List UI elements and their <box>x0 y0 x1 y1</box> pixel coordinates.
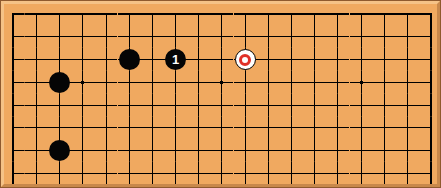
intersection <box>396 25 419 48</box>
intersection <box>118 117 141 140</box>
intersection <box>164 162 187 184</box>
intersection <box>373 162 396 184</box>
intersection <box>71 48 94 71</box>
intersection <box>187 71 210 94</box>
intersection <box>419 139 437 162</box>
intersection <box>48 71 71 94</box>
intersection <box>350 4 373 25</box>
go-board-frame-band: 1 <box>1 1 440 187</box>
intersection <box>141 25 164 48</box>
intersection <box>25 4 48 25</box>
intersection <box>326 25 349 48</box>
star-point <box>360 81 363 84</box>
intersection <box>187 162 210 184</box>
intersection <box>419 48 437 71</box>
intersection <box>350 71 373 94</box>
intersection <box>303 139 326 162</box>
intersection <box>94 48 117 71</box>
intersection <box>257 71 280 94</box>
intersection <box>280 71 303 94</box>
intersection <box>234 117 257 140</box>
intersection <box>280 25 303 48</box>
intersection <box>234 94 257 117</box>
intersection <box>396 139 419 162</box>
intersection <box>4 139 25 162</box>
intersection <box>48 4 71 25</box>
intersection <box>118 162 141 184</box>
intersection <box>25 25 48 48</box>
intersection <box>48 25 71 48</box>
intersection <box>326 48 349 71</box>
intersection <box>141 4 164 25</box>
intersection <box>164 25 187 48</box>
intersection <box>4 94 25 117</box>
intersection <box>118 25 141 48</box>
black-stone <box>49 72 70 93</box>
intersection <box>373 4 396 25</box>
star-point <box>220 81 223 84</box>
go-grid: 1 <box>4 4 437 184</box>
intersection <box>94 25 117 48</box>
intersection <box>210 94 233 117</box>
intersection <box>396 48 419 71</box>
intersection <box>373 71 396 94</box>
intersection <box>234 162 257 184</box>
intersection <box>234 139 257 162</box>
intersection <box>303 117 326 140</box>
intersection <box>4 48 25 71</box>
intersection <box>187 117 210 140</box>
intersection <box>164 71 187 94</box>
intersection <box>326 139 349 162</box>
intersection <box>396 162 419 184</box>
intersection <box>350 25 373 48</box>
intersection <box>326 71 349 94</box>
intersection <box>210 25 233 48</box>
intersection <box>373 117 396 140</box>
intersection <box>25 162 48 184</box>
intersection <box>350 139 373 162</box>
intersection <box>164 94 187 117</box>
intersection <box>94 117 117 140</box>
intersection <box>234 48 257 71</box>
intersection <box>373 94 396 117</box>
intersection <box>141 48 164 71</box>
move-number-label: 1 <box>172 53 179 66</box>
intersection <box>210 117 233 140</box>
intersection <box>118 71 141 94</box>
intersection <box>303 25 326 48</box>
intersection <box>94 94 117 117</box>
intersection <box>48 117 71 140</box>
intersection <box>141 117 164 140</box>
intersection <box>4 71 25 94</box>
intersection <box>350 48 373 71</box>
intersection <box>94 71 117 94</box>
intersection <box>373 139 396 162</box>
intersection <box>187 25 210 48</box>
intersection <box>419 162 437 184</box>
intersection <box>396 71 419 94</box>
intersection <box>141 94 164 117</box>
intersection <box>303 48 326 71</box>
intersection <box>25 94 48 117</box>
intersection <box>164 4 187 25</box>
intersection <box>373 25 396 48</box>
intersection <box>210 48 233 71</box>
intersection <box>419 94 437 117</box>
intersection <box>396 117 419 140</box>
intersection <box>257 162 280 184</box>
intersection <box>419 4 437 25</box>
intersection <box>396 4 419 25</box>
intersection <box>257 139 280 162</box>
intersection <box>257 48 280 71</box>
intersection <box>187 48 210 71</box>
intersection <box>280 94 303 117</box>
intersection <box>94 162 117 184</box>
black-stone <box>49 140 70 161</box>
intersection <box>71 4 94 25</box>
intersection <box>303 71 326 94</box>
intersection <box>257 25 280 48</box>
intersection <box>234 25 257 48</box>
intersection: 1 <box>164 48 187 71</box>
intersection <box>210 4 233 25</box>
intersection <box>141 71 164 94</box>
intersection <box>141 162 164 184</box>
black-stone: 1 <box>165 49 186 70</box>
intersection <box>118 4 141 25</box>
intersection <box>71 117 94 140</box>
intersection <box>210 71 233 94</box>
intersection <box>257 117 280 140</box>
intersection <box>257 94 280 117</box>
intersection <box>234 71 257 94</box>
intersection <box>257 4 280 25</box>
intersection <box>210 139 233 162</box>
intersection <box>118 48 141 71</box>
intersection <box>280 139 303 162</box>
intersection <box>48 139 71 162</box>
star-point <box>81 81 84 84</box>
intersection <box>350 117 373 140</box>
intersection <box>118 94 141 117</box>
go-board: 1 <box>4 4 437 184</box>
intersection <box>187 139 210 162</box>
intersection <box>303 162 326 184</box>
intersection <box>4 25 25 48</box>
intersection <box>280 117 303 140</box>
intersection <box>25 139 48 162</box>
intersection <box>4 4 25 25</box>
intersection <box>25 48 48 71</box>
intersection <box>326 94 349 117</box>
intersection <box>280 162 303 184</box>
intersection <box>350 162 373 184</box>
white-stone <box>235 49 256 70</box>
intersection <box>326 117 349 140</box>
intersection <box>71 71 94 94</box>
intersection <box>350 94 373 117</box>
intersection <box>187 94 210 117</box>
intersection <box>94 4 117 25</box>
intersection <box>303 94 326 117</box>
intersection <box>303 4 326 25</box>
intersection <box>280 4 303 25</box>
intersection <box>71 25 94 48</box>
intersection <box>25 117 48 140</box>
intersection <box>94 139 117 162</box>
intersection <box>48 48 71 71</box>
intersection <box>4 117 25 140</box>
intersection <box>419 25 437 48</box>
intersection <box>326 162 349 184</box>
intersection <box>164 117 187 140</box>
intersection <box>4 162 25 184</box>
intersection <box>187 4 210 25</box>
intersection <box>71 162 94 184</box>
intersection <box>71 139 94 162</box>
intersection <box>48 162 71 184</box>
intersection <box>141 139 164 162</box>
go-board-frame: 1 <box>0 0 441 188</box>
intersection <box>419 117 437 140</box>
black-stone <box>119 49 140 70</box>
intersection <box>164 139 187 162</box>
intersection <box>118 139 141 162</box>
intersection <box>396 94 419 117</box>
circle-marker-icon <box>239 54 251 66</box>
intersection <box>373 48 396 71</box>
intersection <box>234 4 257 25</box>
intersection <box>280 48 303 71</box>
intersection <box>48 94 71 117</box>
intersection <box>25 71 48 94</box>
intersection <box>210 162 233 184</box>
intersection <box>326 4 349 25</box>
intersection <box>71 94 94 117</box>
intersection <box>419 71 437 94</box>
